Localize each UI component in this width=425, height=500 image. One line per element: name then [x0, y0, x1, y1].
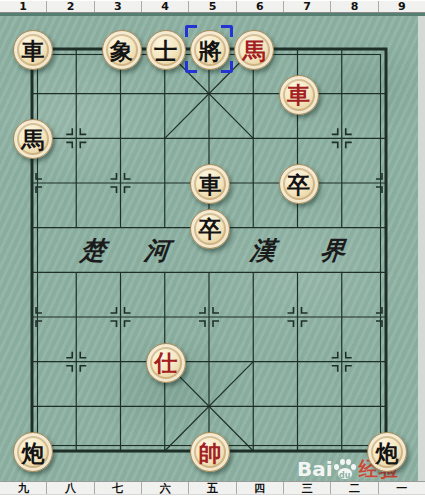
piece-red-advisor[interactable]: 仕: [146, 343, 186, 383]
file-coordinate-label-top: 1: [0, 1, 47, 12]
xiangqi-board[interactable]: 楚河漢界 車象士將馬車馬車卒卒仕炮帥炮 Bai du 经验 jingyan.ba…: [0, 13, 425, 481]
file-coordinate-label-top: 9: [379, 1, 425, 12]
piece-black-pawn[interactable]: 卒: [279, 164, 319, 204]
file-coordinate-label-top: 7: [284, 1, 331, 12]
piece-red-general[interactable]: 帥: [190, 432, 230, 472]
top-file-coordinates: 123456789: [0, 0, 425, 13]
piece-black-elephant[interactable]: 象: [102, 30, 142, 70]
file-coordinate-label-bottom: 五: [189, 482, 236, 494]
file-coordinate-label-top: 3: [95, 1, 142, 12]
bottom-file-coordinates: 九八七六五四三二一: [0, 481, 425, 495]
river-label: 界: [319, 238, 347, 263]
file-coordinate-label-bottom: 四: [237, 482, 284, 494]
piece-red-horse[interactable]: 馬: [234, 30, 274, 70]
watermark-brand-bai: Bai: [297, 459, 333, 479]
baidu-paw-icon: du: [334, 457, 356, 479]
file-coordinate-label-bottom: 八: [47, 482, 94, 494]
piece-black-chariot[interactable]: 車: [190, 164, 230, 204]
file-coordinate-label-bottom: 六: [142, 482, 189, 494]
file-coordinate-label-top: 4: [142, 1, 189, 12]
piece-black-advisor[interactable]: 士: [146, 30, 186, 70]
piece-black-general[interactable]: 將: [190, 30, 230, 70]
file-coordinate-label-bottom: 三: [284, 482, 331, 494]
river-label: 漢: [249, 238, 277, 263]
river-label: 河: [143, 238, 171, 263]
xiangqi-app: 123456789 楚河漢界 車象士將馬車馬車卒卒仕炮帥炮 Bai du 经验 …: [0, 0, 425, 500]
file-coordinate-label-bottom: 七: [95, 482, 142, 494]
file-coordinate-label-top: 6: [237, 1, 284, 12]
piece-black-chariot[interactable]: 車: [13, 30, 53, 70]
piece-black-pawn[interactable]: 卒: [190, 209, 230, 249]
file-coordinate-label-top: 5: [189, 1, 236, 12]
piece-red-chariot[interactable]: 車: [279, 75, 319, 115]
piece-black-cannon[interactable]: 炮: [13, 432, 53, 472]
file-coordinate-label-top: 8: [331, 1, 378, 12]
file-coordinate-label-bottom: 九: [0, 482, 47, 494]
piece-black-cannon[interactable]: 炮: [367, 432, 407, 472]
river-label: 楚: [79, 238, 107, 263]
file-coordinate-label-bottom: 一: [379, 482, 425, 494]
watermark-brand-du: du: [339, 472, 350, 480]
file-coordinate-label-bottom: 二: [331, 482, 378, 494]
file-coordinate-label-top: 2: [47, 1, 94, 12]
